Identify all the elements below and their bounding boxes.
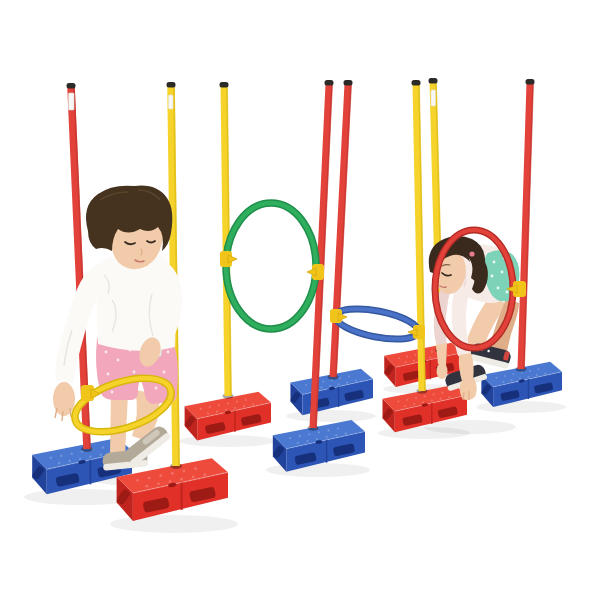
hoop-green (226, 203, 316, 329)
pole-red-8 (521, 79, 535, 369)
product-photo-scene (0, 0, 600, 600)
pole-label-sticker (169, 95, 174, 109)
pole-cap (526, 79, 535, 85)
pole-label-sticker (431, 90, 436, 106)
pole-yellow-6 (412, 80, 426, 391)
hoop-blue (333, 303, 420, 345)
pole-cap (220, 82, 229, 88)
pole-cap (344, 80, 353, 86)
clip-green-left (220, 251, 237, 267)
boy-back-leg (110, 392, 128, 456)
pole-cap (429, 78, 438, 84)
base-red-left-back (184, 392, 271, 441)
pole-cap (412, 80, 421, 86)
pole-cap (325, 80, 334, 86)
pole-label-sticker (69, 93, 75, 110)
girl-hair-tie (469, 251, 474, 256)
clip-green-right (307, 264, 324, 280)
girl-near-hand (460, 378, 477, 400)
scene-svg (0, 0, 600, 600)
pole-cap (67, 83, 76, 89)
pole-cap (167, 82, 176, 88)
